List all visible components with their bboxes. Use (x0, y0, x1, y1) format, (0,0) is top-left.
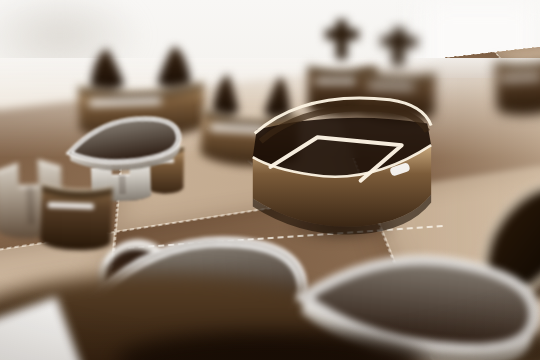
piece-rook-far-right-edge-band (486, 24, 540, 122)
piece-pawn-foreground-right-pawn (288, 225, 540, 360)
piece-pawn-foreground-left-pawn (70, 210, 326, 360)
chess-set-photo (0, 0, 540, 360)
